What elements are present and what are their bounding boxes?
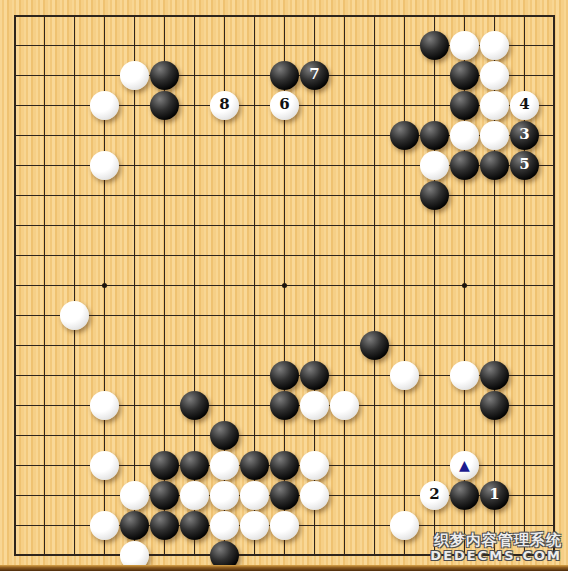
black-stone — [150, 91, 179, 120]
move-number-label: 6 — [279, 97, 289, 112]
white-stone — [330, 391, 359, 420]
white-stone — [480, 31, 509, 60]
triangle-marker-icon: ▲ — [459, 458, 470, 472]
black-stone — [360, 331, 389, 360]
white-stone — [420, 151, 449, 180]
watermark: 织梦内容管理系统 DEDECMS.COM — [430, 532, 562, 564]
black-stone — [150, 511, 179, 540]
black-stone — [270, 361, 299, 390]
black-stone-move-1: 1 — [480, 481, 509, 510]
black-stone — [180, 391, 209, 420]
black-stone — [450, 61, 479, 90]
white-stone — [450, 361, 479, 390]
black-stone — [420, 181, 449, 210]
stones-layer: 786435▲21 — [14, 15, 555, 556]
white-stone — [120, 61, 149, 90]
black-stone — [150, 61, 179, 90]
black-stone — [390, 121, 419, 150]
white-stone — [300, 391, 329, 420]
white-stone — [210, 511, 239, 540]
white-stone-move-2: 2 — [420, 481, 449, 510]
white-stone — [90, 391, 119, 420]
black-stone — [180, 511, 209, 540]
white-stone-move-4: 4 — [510, 91, 539, 120]
white-stone — [90, 451, 119, 480]
move-number-label: 7 — [309, 67, 319, 82]
white-stone — [390, 361, 419, 390]
white-stone — [180, 481, 209, 510]
white-stone — [240, 511, 269, 540]
black-stone — [150, 481, 179, 510]
black-stone — [300, 361, 329, 390]
white-stone — [450, 121, 479, 150]
black-stone — [270, 481, 299, 510]
black-stone — [210, 421, 239, 450]
white-stone — [390, 511, 419, 540]
black-stone — [420, 121, 449, 150]
watermark-dedecms-text: DEDECMS.COM — [430, 549, 562, 564]
black-stone-move-7: 7 — [300, 61, 329, 90]
move-number-label: 2 — [429, 487, 439, 502]
black-stone — [480, 391, 509, 420]
white-stone-move-6: 6 — [270, 91, 299, 120]
move-number-label: 8 — [219, 97, 229, 112]
black-stone — [270, 391, 299, 420]
move-number-label: 1 — [489, 487, 499, 502]
board-bottom-edge — [0, 565, 568, 571]
white-stone — [480, 91, 509, 120]
black-stone — [450, 481, 479, 510]
black-stone — [120, 511, 149, 540]
black-stone — [480, 151, 509, 180]
white-stone — [210, 481, 239, 510]
white-stone — [450, 31, 479, 60]
watermark-chinese-text: 织梦内容管理系统 — [430, 532, 562, 549]
move-number-label: 5 — [519, 157, 529, 172]
black-stone-move-3: 3 — [510, 121, 539, 150]
black-stone — [270, 451, 299, 480]
white-stone — [210, 451, 239, 480]
white-stone-triangle-marked: ▲ — [450, 451, 479, 480]
black-stone — [480, 361, 509, 390]
black-stone — [180, 451, 209, 480]
move-number-label: 3 — [519, 127, 529, 142]
white-stone — [270, 511, 299, 540]
white-stone — [90, 91, 119, 120]
black-stone — [450, 91, 479, 120]
black-stone — [420, 31, 449, 60]
white-stone — [60, 301, 89, 330]
white-stone — [300, 481, 329, 510]
white-stone-move-8: 8 — [210, 91, 239, 120]
black-stone-move-5: 5 — [510, 151, 539, 180]
white-stone — [480, 121, 509, 150]
white-stone — [300, 451, 329, 480]
black-stone — [240, 451, 269, 480]
white-stone — [120, 481, 149, 510]
black-stone — [450, 151, 479, 180]
go-board[interactable]: 786435▲21 织梦内容管理系统 DEDECMS.COM — [0, 0, 568, 571]
white-stone — [90, 511, 119, 540]
white-stone — [90, 151, 119, 180]
black-stone — [270, 61, 299, 90]
black-stone — [150, 451, 179, 480]
white-stone — [480, 61, 509, 90]
white-stone — [240, 481, 269, 510]
move-number-label: 4 — [519, 97, 529, 112]
